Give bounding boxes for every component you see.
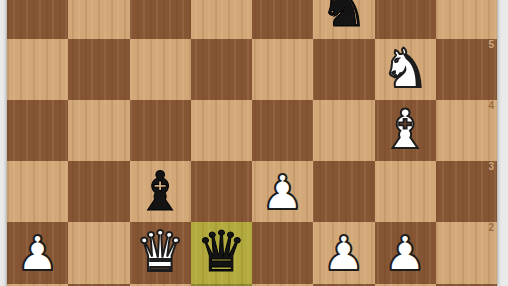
rank-label-3: 3	[488, 162, 494, 172]
white-pawn-icon[interactable]: ♟	[322, 229, 365, 277]
square-d6[interactable]	[191, 0, 252, 39]
white-bishop-icon[interactable]: ♝	[381, 103, 429, 157]
black-bishop-icon[interactable]: ♝	[136, 165, 184, 219]
square-b6[interactable]	[68, 0, 129, 39]
rank-label-4: 4	[488, 101, 494, 111]
square-f5[interactable]	[313, 39, 374, 100]
square-c3[interactable]: ♝	[130, 161, 191, 222]
black-knight-icon[interactable]: ♞	[320, 0, 368, 35]
square-b3[interactable]	[68, 161, 129, 222]
square-e3[interactable]: ♟	[252, 161, 313, 222]
square-d5[interactable]	[191, 39, 252, 100]
square-e5[interactable]	[252, 39, 313, 100]
square-f4[interactable]	[313, 100, 374, 161]
square-c5[interactable]	[130, 39, 191, 100]
square-c4[interactable]	[130, 100, 191, 161]
square-g6[interactable]	[375, 0, 436, 39]
square-e4[interactable]	[252, 100, 313, 161]
square-c6[interactable]	[130, 0, 191, 39]
square-f6[interactable]: ♞	[313, 0, 374, 39]
square-a2[interactable]: ♟	[7, 222, 68, 283]
square-h3[interactable]: 3	[436, 161, 497, 222]
white-knight-icon[interactable]: ♞	[381, 42, 429, 96]
square-g5[interactable]: ♞	[375, 39, 436, 100]
square-h5[interactable]: 5	[436, 39, 497, 100]
white-queen-icon[interactable]: ♛	[135, 224, 185, 280]
black-queen-icon[interactable]: ♛	[196, 224, 246, 280]
square-b5[interactable]	[68, 39, 129, 100]
square-h4[interactable]: 4	[436, 100, 497, 161]
square-c2[interactable]: ♛	[130, 222, 191, 283]
white-pawn-icon[interactable]: ♟	[16, 229, 59, 277]
square-d3[interactable]	[191, 161, 252, 222]
square-g3[interactable]	[375, 161, 436, 222]
square-b4[interactable]	[68, 100, 129, 161]
square-g2[interactable]: ♟	[375, 222, 436, 283]
square-h6[interactable]	[436, 0, 497, 39]
white-pawn-icon[interactable]: ♟	[384, 229, 427, 277]
square-a6[interactable]	[7, 0, 68, 39]
square-h2[interactable]: 2	[436, 222, 497, 283]
square-d4[interactable]	[191, 100, 252, 161]
square-a5[interactable]	[7, 39, 68, 100]
page: ♞♞5♝4♝♟3♟♛♛♟♟2	[0, 0, 508, 286]
square-g4[interactable]: ♝	[375, 100, 436, 161]
square-f3[interactable]	[313, 161, 374, 222]
square-b2[interactable]	[68, 222, 129, 283]
square-d2[interactable]: ♛	[191, 222, 252, 283]
white-pawn-icon[interactable]: ♟	[261, 168, 304, 216]
square-f2[interactable]: ♟	[313, 222, 374, 283]
rank-label-5: 5	[488, 40, 494, 50]
square-e6[interactable]	[252, 0, 313, 39]
rank-label-2: 2	[488, 223, 494, 233]
square-a4[interactable]	[7, 100, 68, 161]
chess-board: ♞♞5♝4♝♟3♟♛♛♟♟2	[7, 0, 497, 286]
square-a3[interactable]	[7, 161, 68, 222]
square-e2[interactable]	[252, 222, 313, 283]
